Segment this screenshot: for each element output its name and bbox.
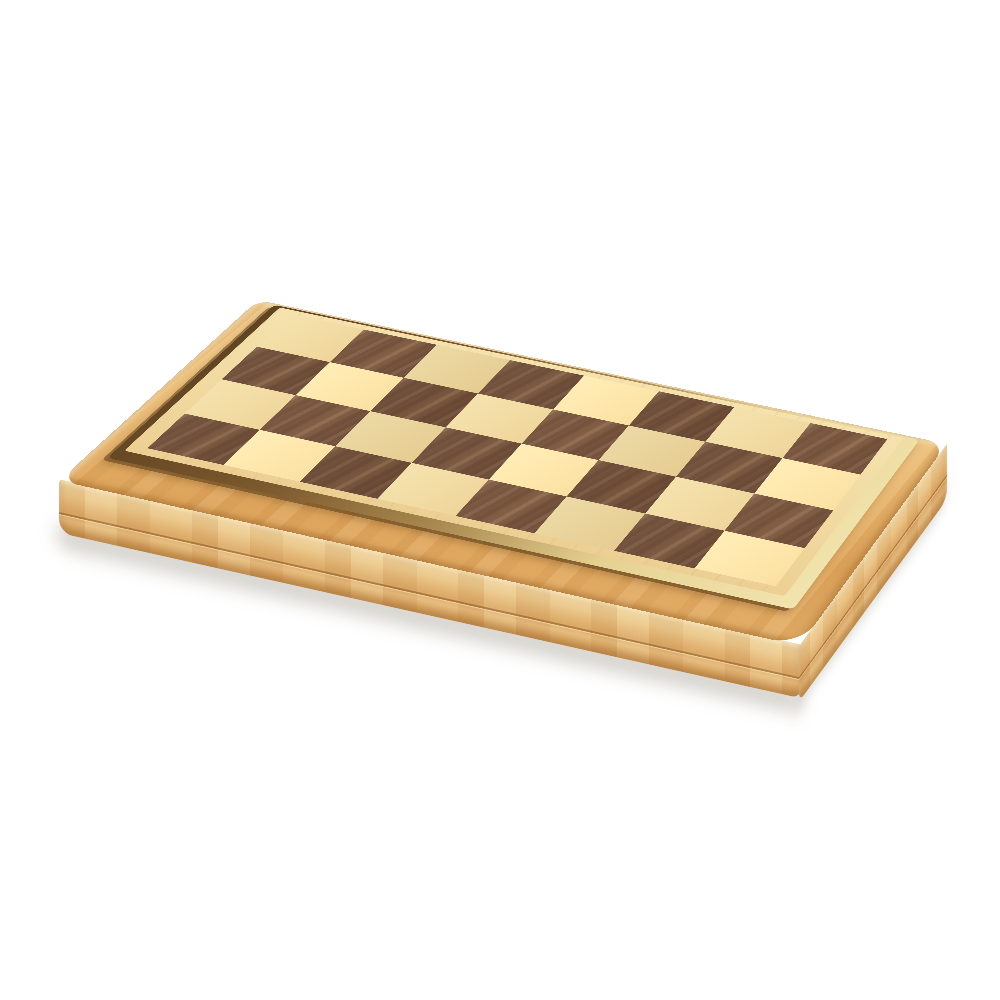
product-photo-scene (0, 0, 1000, 1000)
